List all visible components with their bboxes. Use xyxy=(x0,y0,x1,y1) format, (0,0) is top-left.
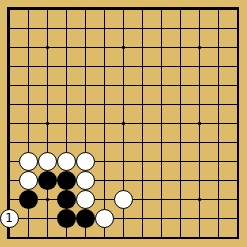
board-intersection[interactable] xyxy=(171,38,190,57)
board-intersection[interactable] xyxy=(0,114,19,133)
board-intersection[interactable] xyxy=(95,95,114,114)
board-intersection xyxy=(76,152,95,171)
star-point xyxy=(46,46,49,49)
board-intersection[interactable] xyxy=(171,228,190,247)
board-intersection[interactable] xyxy=(171,190,190,209)
board-intersection[interactable] xyxy=(95,0,114,19)
white-stone xyxy=(95,209,114,228)
board-intersection[interactable] xyxy=(19,209,38,228)
board-intersection[interactable] xyxy=(209,19,228,38)
board-intersection[interactable] xyxy=(190,152,209,171)
board-intersection[interactable] xyxy=(190,190,209,209)
board-intersection[interactable] xyxy=(152,152,171,171)
white-stone xyxy=(76,152,95,171)
board-intersection[interactable] xyxy=(0,38,19,57)
board-intersection[interactable] xyxy=(228,114,247,133)
board-intersection[interactable] xyxy=(76,95,95,114)
board-intersection[interactable] xyxy=(19,228,38,247)
board-intersection[interactable] xyxy=(114,228,133,247)
board-intersection[interactable] xyxy=(152,171,171,190)
board-intersection[interactable] xyxy=(190,114,209,133)
board-intersection[interactable] xyxy=(57,114,76,133)
board-intersection[interactable] xyxy=(19,133,38,152)
board-intersection[interactable] xyxy=(228,209,247,228)
board-intersection[interactable] xyxy=(171,0,190,19)
board-intersection[interactable] xyxy=(209,171,228,190)
board-intersection[interactable] xyxy=(114,114,133,133)
star-point xyxy=(198,46,201,49)
go-diagram: 1 xyxy=(0,0,247,247)
board-intersection[interactable] xyxy=(114,152,133,171)
board-intersection[interactable] xyxy=(38,133,57,152)
board-intersection[interactable] xyxy=(228,57,247,76)
white-stone xyxy=(76,190,95,209)
board-intersection[interactable] xyxy=(209,190,228,209)
board-intersection[interactable] xyxy=(190,76,209,95)
black-stone xyxy=(57,209,76,228)
board-intersection[interactable] xyxy=(76,228,95,247)
board-intersection[interactable] xyxy=(190,171,209,190)
board-intersection[interactable] xyxy=(76,38,95,57)
board-intersection[interactable] xyxy=(19,0,38,19)
board-intersection[interactable] xyxy=(114,19,133,38)
board-intersection xyxy=(57,209,76,228)
board-intersection xyxy=(38,171,57,190)
board-intersection[interactable] xyxy=(57,133,76,152)
board-intersection[interactable] xyxy=(114,57,133,76)
board-intersection xyxy=(114,190,133,209)
board-intersection[interactable] xyxy=(19,76,38,95)
board-intersection[interactable] xyxy=(152,57,171,76)
board-intersection[interactable] xyxy=(209,38,228,57)
board-intersection[interactable] xyxy=(19,114,38,133)
board-intersection[interactable] xyxy=(152,19,171,38)
black-stone xyxy=(19,190,38,209)
board-intersection xyxy=(76,171,95,190)
board-intersection[interactable] xyxy=(190,95,209,114)
board-intersection[interactable] xyxy=(114,209,133,228)
star-point xyxy=(122,122,125,125)
board-intersection[interactable] xyxy=(95,190,114,209)
board-intersection[interactable] xyxy=(133,190,152,209)
board-intersection[interactable] xyxy=(133,171,152,190)
board-intersection[interactable] xyxy=(114,0,133,19)
board-intersection[interactable] xyxy=(190,209,209,228)
black-stone xyxy=(57,171,76,190)
move-1-stone: 1 xyxy=(0,209,19,228)
board-intersection[interactable] xyxy=(171,114,190,133)
board-intersection[interactable] xyxy=(209,133,228,152)
board-intersection[interactable] xyxy=(171,95,190,114)
board-intersection[interactable] xyxy=(171,209,190,228)
star-point xyxy=(198,122,201,125)
board-intersection xyxy=(57,190,76,209)
board-intersection xyxy=(76,209,95,228)
board-intersection[interactable] xyxy=(152,38,171,57)
board-intersection[interactable] xyxy=(19,19,38,38)
board-intersection[interactable] xyxy=(228,95,247,114)
board-intersection[interactable] xyxy=(114,38,133,57)
white-stone xyxy=(19,171,38,190)
white-stone xyxy=(76,171,95,190)
board-intersection[interactable] xyxy=(133,19,152,38)
board-intersection[interactable] xyxy=(76,19,95,38)
white-stone xyxy=(19,152,38,171)
board-intersection[interactable] xyxy=(95,57,114,76)
board-intersection xyxy=(19,152,38,171)
board-intersection[interactable] xyxy=(76,57,95,76)
board-intersection[interactable] xyxy=(190,57,209,76)
board-intersection[interactable] xyxy=(76,114,95,133)
board-intersection[interactable] xyxy=(133,114,152,133)
board-intersection[interactable] xyxy=(57,95,76,114)
board-intersection[interactable] xyxy=(133,0,152,19)
board-intersection[interactable] xyxy=(228,76,247,95)
board-intersection[interactable] xyxy=(190,133,209,152)
board-intersection[interactable] xyxy=(38,190,57,209)
board-intersection[interactable] xyxy=(209,76,228,95)
board-intersection[interactable] xyxy=(133,57,152,76)
board-intersection[interactable] xyxy=(133,228,152,247)
board-intersection xyxy=(95,209,114,228)
board-intersection[interactable] xyxy=(114,133,133,152)
board-intersection[interactable] xyxy=(190,0,209,19)
board-intersection[interactable] xyxy=(209,228,228,247)
star-point xyxy=(122,46,125,49)
board-intersection[interactable] xyxy=(133,76,152,95)
board-intersection[interactable] xyxy=(228,152,247,171)
board-intersection[interactable] xyxy=(228,133,247,152)
board-intersection[interactable] xyxy=(57,38,76,57)
board-intersection[interactable] xyxy=(209,57,228,76)
board-intersection[interactable] xyxy=(228,190,247,209)
board-intersection[interactable] xyxy=(95,171,114,190)
board-intersection: 1 xyxy=(0,209,19,228)
board-intersection[interactable] xyxy=(95,76,114,95)
board-intersection[interactable] xyxy=(95,19,114,38)
board-intersection[interactable] xyxy=(190,228,209,247)
board-intersection xyxy=(38,152,57,171)
board-intersection[interactable] xyxy=(19,57,38,76)
board-intersection[interactable] xyxy=(171,152,190,171)
star-point xyxy=(46,122,49,125)
board-intersection[interactable] xyxy=(57,57,76,76)
board-intersection xyxy=(57,171,76,190)
board-intersection[interactable] xyxy=(38,57,57,76)
board-intersection[interactable] xyxy=(133,133,152,152)
board-intersection[interactable] xyxy=(152,95,171,114)
board-intersection[interactable] xyxy=(0,228,19,247)
board-intersection[interactable] xyxy=(133,209,152,228)
board-intersection[interactable] xyxy=(57,228,76,247)
board-intersection[interactable] xyxy=(0,133,19,152)
board-intersection[interactable] xyxy=(171,133,190,152)
board-intersection[interactable] xyxy=(171,171,190,190)
board-intersection[interactable] xyxy=(152,114,171,133)
board-intersection[interactable] xyxy=(152,0,171,19)
board-intersection[interactable] xyxy=(57,0,76,19)
board-intersection[interactable] xyxy=(171,57,190,76)
board-intersection[interactable] xyxy=(190,38,209,57)
board-intersection[interactable] xyxy=(38,114,57,133)
board-intersection[interactable] xyxy=(38,38,57,57)
board-intersection[interactable] xyxy=(0,0,19,19)
board-intersection[interactable] xyxy=(209,209,228,228)
board-intersection[interactable] xyxy=(228,19,247,38)
black-stone xyxy=(76,209,95,228)
board-intersection[interactable] xyxy=(95,133,114,152)
star-point xyxy=(198,198,201,201)
board-intersection[interactable] xyxy=(0,19,19,38)
board-intersection[interactable] xyxy=(95,152,114,171)
white-stone xyxy=(38,152,57,171)
board-intersection[interactable] xyxy=(95,38,114,57)
board-intersection[interactable] xyxy=(38,209,57,228)
board-intersection[interactable] xyxy=(76,76,95,95)
board-intersection[interactable] xyxy=(0,171,19,190)
board-intersection[interactable] xyxy=(133,38,152,57)
board-intersection[interactable] xyxy=(57,19,76,38)
black-stone xyxy=(57,190,76,209)
board-intersection[interactable] xyxy=(76,133,95,152)
board-intersection[interactable] xyxy=(38,19,57,38)
black-stone xyxy=(38,171,57,190)
board-intersection[interactable] xyxy=(95,114,114,133)
board-intersection[interactable] xyxy=(0,190,19,209)
white-stone xyxy=(57,152,76,171)
white-stone xyxy=(114,190,133,209)
board-intersection[interactable] xyxy=(209,114,228,133)
board-intersection[interactable] xyxy=(114,76,133,95)
board-intersection[interactable] xyxy=(0,95,19,114)
board-intersection[interactable] xyxy=(152,190,171,209)
star-point xyxy=(46,198,49,201)
board-intersection[interactable] xyxy=(38,95,57,114)
board-intersection xyxy=(19,171,38,190)
board-intersection[interactable] xyxy=(228,38,247,57)
board-intersection[interactable] xyxy=(152,228,171,247)
board-intersection[interactable] xyxy=(228,228,247,247)
board-intersection[interactable] xyxy=(152,76,171,95)
board-intersection[interactable] xyxy=(0,152,19,171)
go-board: 1 xyxy=(9,9,237,237)
board-intersection[interactable] xyxy=(133,152,152,171)
board-intersection[interactable] xyxy=(209,0,228,19)
board-intersection[interactable] xyxy=(38,76,57,95)
board-intersection[interactable] xyxy=(0,76,19,95)
board-intersection[interactable] xyxy=(209,152,228,171)
board-intersection[interactable] xyxy=(171,76,190,95)
board-intersection[interactable] xyxy=(133,95,152,114)
board-intersection[interactable] xyxy=(190,19,209,38)
board-intersection xyxy=(19,190,38,209)
board-intersection[interactable] xyxy=(38,0,57,19)
board-intersection[interactable] xyxy=(0,57,19,76)
board-intersection[interactable] xyxy=(19,38,38,57)
board-intersection[interactable] xyxy=(228,0,247,19)
move-number-label: 1 xyxy=(1,210,18,227)
board-intersections: 1 xyxy=(0,0,247,247)
board-intersection[interactable] xyxy=(209,95,228,114)
board-intersection[interactable] xyxy=(19,95,38,114)
board-intersection[interactable] xyxy=(57,76,76,95)
board-intersection[interactable] xyxy=(228,171,247,190)
board-intersection[interactable] xyxy=(152,209,171,228)
board-intersection[interactable] xyxy=(114,95,133,114)
board-intersection[interactable] xyxy=(95,228,114,247)
board-intersection[interactable] xyxy=(171,19,190,38)
board-intersection[interactable] xyxy=(38,228,57,247)
board-intersection[interactable] xyxy=(76,0,95,19)
board-intersection[interactable] xyxy=(114,171,133,190)
board-intersection[interactable] xyxy=(152,133,171,152)
board-intersection xyxy=(76,190,95,209)
board-intersection xyxy=(57,152,76,171)
